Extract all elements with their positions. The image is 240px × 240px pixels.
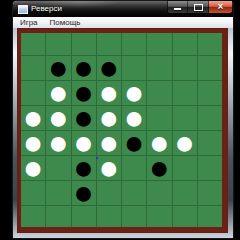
- black-disc: ●: [73, 105, 94, 129]
- board-cell[interactable]: [46, 33, 70, 55]
- desktop-background: { "game": "Reversi (Othello)", "window":…: [0, 0, 240, 240]
- board-cell[interactable]: [173, 33, 197, 55]
- white-disc: ●: [48, 105, 69, 129]
- board-cell[interactable]: [198, 206, 222, 228]
- minimize-button[interactable]: [168, 1, 188, 13]
- board-cell[interactable]: [72, 206, 96, 228]
- title-bar[interactable]: Реверси ×: [13, 1, 233, 18]
- black-disc: ●: [124, 130, 145, 154]
- black-disc: ●: [48, 55, 69, 79]
- white-disc: ●: [174, 130, 195, 154]
- board-cell[interactable]: ●: [21, 106, 45, 130]
- cursor-marker-dot: [96, 157, 98, 159]
- white-disc: ●: [48, 80, 69, 104]
- maximize-icon: [194, 4, 203, 11]
- board-cell[interactable]: [173, 206, 197, 228]
- board-cell[interactable]: [46, 181, 70, 205]
- board-cell[interactable]: [21, 56, 45, 80]
- board-cell[interactable]: [97, 33, 121, 55]
- menu-item-game[interactable]: Игра: [14, 17, 44, 28]
- board-cell[interactable]: ●: [72, 106, 96, 130]
- board-cell[interactable]: [198, 156, 222, 180]
- board-cell[interactable]: [198, 33, 222, 55]
- white-disc: ●: [99, 155, 120, 179]
- board-cell[interactable]: [21, 81, 45, 105]
- board-cell[interactable]: ●: [97, 81, 121, 105]
- board-cell[interactable]: [173, 106, 197, 130]
- board-cell[interactable]: ●: [122, 106, 146, 130]
- board-cell[interactable]: [173, 81, 197, 105]
- white-disc: ●: [99, 105, 120, 129]
- board-cell[interactable]: [72, 33, 96, 55]
- game-board[interactable]: ●●●●●●●●●●●●●●●●●●●●●●●●: [21, 33, 222, 227]
- black-disc: ●: [73, 55, 94, 79]
- board-cell[interactable]: [147, 81, 171, 105]
- app-window: Реверси × Игра Помощь ●●●●●●●●●●●●●●●●●●…: [13, 1, 233, 238]
- board-cell[interactable]: ●: [97, 106, 121, 130]
- white-disc: ●: [48, 130, 69, 154]
- black-disc: ●: [99, 55, 120, 79]
- board-cell[interactable]: ●: [97, 156, 121, 180]
- board-cell[interactable]: [21, 206, 45, 228]
- board-frame: ●●●●●●●●●●●●●●●●●●●●●●●●: [17, 28, 228, 233]
- board-cell[interactable]: ●: [72, 181, 96, 205]
- board-cell[interactable]: [122, 206, 146, 228]
- white-disc: ●: [124, 80, 145, 104]
- board-cell[interactable]: ●: [72, 156, 96, 180]
- white-disc: ●: [23, 105, 44, 129]
- board-cell[interactable]: ●: [97, 56, 121, 80]
- board-cell[interactable]: [46, 156, 70, 180]
- white-disc: ●: [73, 130, 94, 154]
- board-cell[interactable]: [147, 33, 171, 55]
- board-cell[interactable]: ●: [173, 131, 197, 155]
- white-disc: ●: [99, 80, 120, 104]
- white-disc: ●: [124, 105, 145, 129]
- board-cell[interactable]: [198, 81, 222, 105]
- board-cell[interactable]: [173, 181, 197, 205]
- board-cell[interactable]: ●: [46, 56, 70, 80]
- board-cell[interactable]: [97, 181, 121, 205]
- window-frame: ●●●●●●●●●●●●●●●●●●●●●●●●: [13, 28, 233, 238]
- black-disc: ●: [73, 155, 94, 179]
- board-cell[interactable]: ●: [122, 81, 146, 105]
- board-cell[interactable]: [198, 56, 222, 80]
- black-disc: ●: [149, 155, 170, 179]
- black-disc: ●: [73, 80, 94, 104]
- board-cell[interactable]: ●: [46, 81, 70, 105]
- window-controls: ×: [168, 1, 232, 13]
- board-cell[interactable]: [122, 156, 146, 180]
- board-cell[interactable]: [21, 181, 45, 205]
- board-cell[interactable]: [147, 181, 171, 205]
- window-title: Реверси: [31, 4, 62, 14]
- board-cell[interactable]: [198, 181, 222, 205]
- board-cell[interactable]: ●: [147, 156, 171, 180]
- maximize-button[interactable]: [188, 1, 209, 13]
- board-cell[interactable]: [46, 206, 70, 228]
- board-cell[interactable]: ●: [46, 131, 70, 155]
- menu-item-help[interactable]: Помощь: [44, 17, 87, 28]
- black-disc: ●: [73, 180, 94, 204]
- close-button[interactable]: ×: [209, 1, 232, 13]
- board-cell[interactable]: ●: [72, 81, 96, 105]
- board-cell[interactable]: [122, 33, 146, 55]
- board-cell[interactable]: [147, 206, 171, 228]
- board-cell[interactable]: ●: [72, 56, 96, 80]
- app-icon: [18, 5, 28, 14]
- board-cell[interactable]: [122, 181, 146, 205]
- board-cell[interactable]: [198, 106, 222, 130]
- close-icon: ×: [218, 2, 224, 12]
- board-cell[interactable]: ●: [21, 131, 45, 155]
- board-cell[interactable]: [147, 56, 171, 80]
- board-cell[interactable]: [97, 206, 121, 228]
- board-cell[interactable]: [122, 56, 146, 80]
- board-cell[interactable]: [173, 56, 197, 80]
- white-disc: ●: [23, 130, 44, 154]
- board-cell[interactable]: ●: [72, 131, 96, 155]
- board-cell[interactable]: [198, 131, 222, 155]
- white-disc: ●: [99, 130, 120, 154]
- minimize-icon: [174, 8, 181, 10]
- board-cell[interactable]: ●: [147, 131, 171, 155]
- board-cell[interactable]: ●: [46, 106, 70, 130]
- board-cell[interactable]: ●: [21, 156, 45, 180]
- board-cell[interactable]: [147, 106, 171, 130]
- board-cell[interactable]: ●: [97, 131, 121, 155]
- white-disc: ●: [23, 155, 44, 179]
- white-disc: ●: [149, 130, 170, 154]
- board-cell[interactable]: ●: [122, 131, 146, 155]
- board-cell[interactable]: [173, 156, 197, 180]
- board-cell[interactable]: [21, 33, 45, 55]
